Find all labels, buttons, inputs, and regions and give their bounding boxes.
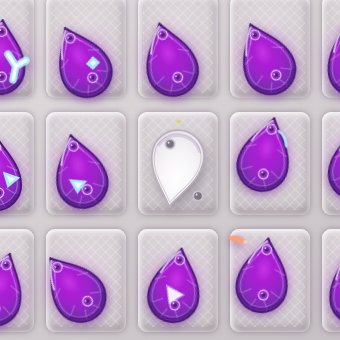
purple-rhinestone-graphic	[0, 134, 25, 215]
purple-rhinestone-graphic	[0, 16, 32, 101]
purple-rhinestone-r0c4	[316, 15, 340, 105]
purple-rhinestone-r0c0	[0, 16, 32, 101]
purple-rhinestone-r1c0	[0, 134, 25, 215]
yellow-glint	[177, 120, 181, 123]
rhinestone-tray-photo	[0, 0, 340, 340]
purple-rhinestone-graphic	[316, 15, 340, 105]
flipped-white-rhinestone-back	[131, 119, 221, 215]
purple-rhinestone-graphic	[229, 232, 298, 320]
purple-rhinestone-r2c3	[229, 232, 298, 320]
white-rhinestone-back-graphic	[131, 119, 221, 215]
